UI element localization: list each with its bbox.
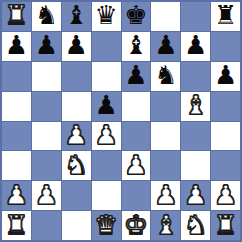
black-bishop[interactable]: ♝: [124, 32, 147, 58]
white-knight[interactable]: ♞: [184, 212, 207, 238]
square-e6[interactable]: ♟: [122, 62, 151, 91]
square-a1[interactable]: ♜: [2, 211, 31, 240]
square-c7[interactable]: ♟: [62, 32, 91, 61]
square-b2[interactable]: ♟: [32, 181, 61, 210]
white-pawn[interactable]: ♟: [5, 182, 28, 208]
black-pawn[interactable]: ♟: [124, 62, 147, 88]
black-knight[interactable]: ♞: [154, 62, 177, 88]
black-pawn[interactable]: ♟: [184, 32, 207, 58]
square-f1[interactable]: ♝: [151, 211, 180, 240]
square-b8[interactable]: ♞: [32, 2, 61, 31]
white-pawn[interactable]: ♟: [214, 182, 237, 208]
square-g8[interactable]: [181, 2, 210, 31]
square-a6[interactable]: [2, 62, 31, 91]
white-bishop[interactable]: ♝: [184, 92, 207, 118]
square-c4[interactable]: ♟: [62, 122, 91, 151]
square-a5[interactable]: [2, 92, 31, 121]
square-a3[interactable]: [2, 151, 31, 180]
square-e7[interactable]: ♝: [122, 32, 151, 61]
square-f2[interactable]: ♟: [151, 181, 180, 210]
square-d8[interactable]: ♛: [92, 2, 121, 31]
square-a4[interactable]: [2, 122, 31, 151]
square-g1[interactable]: ♞: [181, 211, 210, 240]
square-b5[interactable]: [32, 92, 61, 121]
square-h6[interactable]: ♟: [211, 62, 240, 91]
square-e4[interactable]: [122, 122, 151, 151]
black-bishop[interactable]: ♝: [65, 2, 88, 28]
square-d6[interactable]: [92, 62, 121, 91]
square-g3[interactable]: [181, 151, 210, 180]
white-pawn[interactable]: ♟: [65, 122, 88, 148]
square-d3[interactable]: [92, 151, 121, 180]
white-pawn[interactable]: ♟: [124, 152, 147, 178]
square-c6[interactable]: [62, 62, 91, 91]
white-rook[interactable]: ♜: [5, 212, 28, 238]
black-rook[interactable]: ♜: [214, 2, 237, 28]
white-knight[interactable]: ♞: [65, 152, 88, 178]
square-d2[interactable]: [92, 181, 121, 210]
white-king[interactable]: ♚: [124, 212, 147, 238]
white-pawn[interactable]: ♟: [35, 182, 58, 208]
black-pawn[interactable]: ♟: [65, 32, 88, 58]
square-a2[interactable]: ♟: [2, 181, 31, 210]
square-e3[interactable]: ♟: [122, 151, 151, 180]
square-g4[interactable]: [181, 122, 210, 151]
square-c1[interactable]: [62, 211, 91, 240]
square-b7[interactable]: ♟: [32, 32, 61, 61]
square-g2[interactable]: ♟: [181, 181, 210, 210]
square-d7[interactable]: [92, 32, 121, 61]
black-queen[interactable]: ♛: [94, 2, 117, 28]
square-e8[interactable]: ♚: [122, 2, 151, 31]
chess-board-container: ♜♞♝♛♚♜♟♟♟♝♟♟♟♞♟♟♝♟♟♞♟♟♟♟♟♟♜♛♚♝♞♜: [0, 0, 242, 242]
square-h5[interactable]: [211, 92, 240, 121]
square-b6[interactable]: [32, 62, 61, 91]
square-g7[interactable]: ♟: [181, 32, 210, 61]
square-h7[interactable]: [211, 32, 240, 61]
square-c3[interactable]: ♞: [62, 151, 91, 180]
square-d4[interactable]: ♟: [92, 122, 121, 151]
white-pawn[interactable]: ♟: [154, 182, 177, 208]
white-rook[interactable]: ♜: [214, 212, 237, 238]
white-pawn[interactable]: ♟: [94, 122, 117, 148]
square-f4[interactable]: [151, 122, 180, 151]
chess-board: ♜♞♝♛♚♜♟♟♟♝♟♟♟♞♟♟♝♟♟♞♟♟♟♟♟♟♜♛♚♝♞♜: [0, 0, 242, 242]
square-d5[interactable]: ♟: [92, 92, 121, 121]
white-pawn[interactable]: ♟: [184, 182, 207, 208]
square-h3[interactable]: [211, 151, 240, 180]
black-pawn[interactable]: ♟: [154, 32, 177, 58]
square-e2[interactable]: [122, 181, 151, 210]
square-e1[interactable]: ♚: [122, 211, 151, 240]
black-pawn[interactable]: ♟: [35, 32, 58, 58]
white-queen[interactable]: ♛: [94, 212, 117, 238]
white-rook[interactable]: ♜: [5, 2, 28, 28]
square-c5[interactable]: [62, 92, 91, 121]
square-f6[interactable]: ♞: [151, 62, 180, 91]
square-b1[interactable]: [32, 211, 61, 240]
square-f3[interactable]: [151, 151, 180, 180]
square-c2[interactable]: [62, 181, 91, 210]
black-pawn[interactable]: ♟: [5, 32, 28, 58]
black-pawn[interactable]: ♟: [94, 92, 117, 118]
square-f5[interactable]: [151, 92, 180, 121]
white-bishop[interactable]: ♝: [154, 212, 177, 238]
square-f8[interactable]: [151, 2, 180, 31]
square-b4[interactable]: [32, 122, 61, 151]
square-g5[interactable]: ♝: [181, 92, 210, 121]
square-d1[interactable]: ♛: [92, 211, 121, 240]
square-c8[interactable]: ♝: [62, 2, 91, 31]
black-king[interactable]: ♚: [124, 2, 147, 28]
square-b3[interactable]: [32, 151, 61, 180]
square-h4[interactable]: [211, 122, 240, 151]
square-a8[interactable]: ♜: [2, 2, 31, 31]
square-h2[interactable]: ♟: [211, 181, 240, 210]
black-pawn[interactable]: ♟: [214, 62, 237, 88]
square-f7[interactable]: ♟: [151, 32, 180, 61]
square-h8[interactable]: ♜: [211, 2, 240, 31]
black-knight[interactable]: ♞: [35, 2, 58, 28]
square-h1[interactable]: ♜: [211, 211, 240, 240]
square-g6[interactable]: [181, 62, 210, 91]
square-a7[interactable]: ♟: [2, 32, 31, 61]
square-e5[interactable]: [122, 92, 151, 121]
